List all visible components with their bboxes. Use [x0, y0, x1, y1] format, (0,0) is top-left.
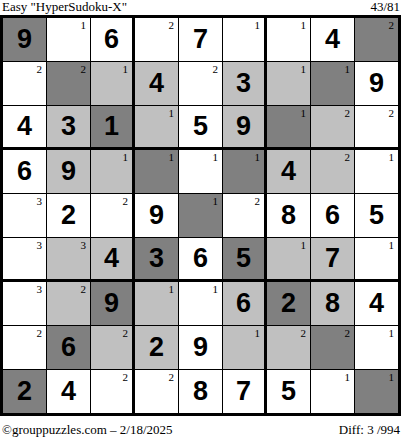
- cell-r9c6[interactable]: 7: [223, 370, 266, 413]
- pencil-mark: 2: [81, 283, 87, 295]
- given-digit: 9: [17, 26, 32, 53]
- cell-r3c1[interactable]: 4: [3, 106, 46, 149]
- cell-r9c3[interactable]: 2: [91, 370, 134, 413]
- given-digit: 9: [149, 202, 164, 229]
- given-digit: 4: [369, 290, 384, 317]
- given-digit: 4: [281, 158, 296, 185]
- cell-r8c8[interactable]: 2: [311, 326, 354, 369]
- cell-r5c5[interactable]: 1: [179, 194, 222, 237]
- given-digit: 8: [193, 378, 208, 405]
- given-digit: 6: [236, 290, 251, 317]
- pencil-mark: 3: [37, 283, 43, 295]
- cell-r9c1[interactable]: 2: [3, 370, 46, 413]
- cell-r4c1[interactable]: 6: [3, 150, 46, 193]
- cell-r2c3[interactable]: 1: [91, 62, 134, 105]
- cell-r6c6[interactable]: 5: [223, 238, 266, 281]
- cell-r3c8[interactable]: 2: [311, 106, 354, 149]
- header: Easy "HyperSudoku-X" 43/81: [0, 0, 402, 15]
- pencil-mark: 2: [301, 327, 307, 339]
- pencil-mark: 2: [169, 19, 175, 31]
- cell-r5c8[interactable]: 6: [311, 194, 354, 237]
- pencil-mark: 1: [123, 151, 129, 163]
- cell-r2c8[interactable]: 1: [311, 62, 354, 105]
- pencil-mark: 1: [255, 327, 261, 339]
- cell-r1c5[interactable]: 7: [179, 18, 222, 61]
- given-digit: 2: [149, 334, 164, 361]
- pencil-mark: 2: [255, 195, 261, 207]
- given-digit: 6: [104, 26, 119, 53]
- pencil-mark: 1: [123, 63, 129, 75]
- given-digit: 9: [369, 70, 384, 97]
- copyright-text: ©grouppuzzles.com – 2/18/2025: [2, 423, 173, 437]
- cell-r7c4[interactable]: 1: [135, 282, 178, 325]
- pencil-mark: 2: [345, 151, 351, 163]
- given-digit: 9: [193, 334, 208, 361]
- given-digit: 4: [61, 378, 76, 405]
- cell-r5c4[interactable]: 9: [135, 194, 178, 237]
- pencil-mark: 1: [389, 239, 395, 251]
- difficulty-text: Diff: 3 /994: [339, 423, 400, 437]
- cell-r9c5[interactable]: 8: [179, 370, 222, 413]
- cell-r3c4[interactable]: 1: [135, 106, 178, 149]
- pencil-mark: 3: [37, 239, 43, 251]
- cell-r4c9[interactable]: 1: [355, 150, 398, 193]
- cell-r2c6[interactable]: 3: [223, 62, 266, 105]
- pencil-mark: 2: [81, 63, 87, 75]
- cell-r6c8[interactable]: 7: [311, 238, 354, 281]
- pencil-mark: 1: [81, 19, 87, 31]
- cell-r8c7[interactable]: 2: [267, 326, 310, 369]
- pencil-mark: 2: [345, 327, 351, 339]
- cell-r2c4[interactable]: 4: [135, 62, 178, 105]
- pencil-mark: 1: [213, 151, 219, 163]
- given-digit: 3: [61, 113, 76, 140]
- pencil-mark: 2: [123, 327, 129, 339]
- pencil-mark: 1: [345, 63, 351, 75]
- given-digit: 5: [236, 245, 251, 272]
- given-digit: 4: [149, 70, 164, 97]
- given-digit: 5: [193, 113, 208, 140]
- pencil-mark: 1: [389, 371, 395, 383]
- cell-r5c2[interactable]: 2: [47, 194, 90, 237]
- cell-r8c5[interactable]: 9: [179, 326, 222, 369]
- pencil-mark: 1: [301, 107, 307, 119]
- cell-r5c9[interactable]: 5: [355, 194, 398, 237]
- cell-r9c8[interactable]: 1: [311, 370, 354, 413]
- pencil-mark: 2: [37, 63, 43, 75]
- pencil-mark: 2: [123, 371, 129, 383]
- pencil-mark: 2: [37, 327, 43, 339]
- given-digit: 3: [236, 70, 251, 97]
- pencil-mark: 2: [169, 371, 175, 383]
- cell-r9c4[interactable]: 2: [135, 370, 178, 413]
- pencil-mark: 1: [169, 151, 175, 163]
- cell-r3c6[interactable]: 9: [223, 106, 266, 149]
- pencil-mark: 3: [81, 239, 87, 251]
- pencil-mark: 1: [169, 283, 175, 295]
- cell-r8c4[interactable]: 2: [135, 326, 178, 369]
- given-digit: 9: [61, 158, 76, 185]
- cell-r5c7[interactable]: 8: [267, 194, 310, 237]
- cell-r7c8[interactable]: 8: [311, 282, 354, 325]
- pencil-mark: 3: [37, 195, 43, 207]
- given-digit: 4: [17, 113, 32, 140]
- given-digit: 5: [281, 378, 296, 405]
- cell-r1c2[interactable]: 1: [47, 18, 90, 61]
- pencil-mark: 1: [213, 283, 219, 295]
- cell-r7c9[interactable]: 4: [355, 282, 398, 325]
- cell-r2c9[interactable]: 9: [355, 62, 398, 105]
- cell-r4c4[interactable]: 1: [135, 150, 178, 193]
- cell-r6c5[interactable]: 6: [179, 238, 222, 281]
- cell-r9c7[interactable]: 5: [267, 370, 310, 413]
- given-digit: 7: [325, 245, 340, 272]
- cell-r7c7[interactable]: 2: [267, 282, 310, 325]
- given-digit: 5: [369, 202, 384, 229]
- pencil-mark: 1: [169, 107, 175, 119]
- pencil-mark: 2: [123, 195, 129, 207]
- cell-r5c1[interactable]: 3: [3, 194, 46, 237]
- cell-r5c6[interactable]: 2: [223, 194, 266, 237]
- pencil-mark: 2: [389, 19, 395, 31]
- pencil-mark: 1: [213, 195, 219, 207]
- pencil-mark: 2: [345, 107, 351, 119]
- cell-r7c1[interactable]: 3: [3, 282, 46, 325]
- cell-r6c1[interactable]: 3: [3, 238, 46, 281]
- sudoku-board: 9162711422214231194311591226911114213229…: [0, 15, 401, 416]
- pencil-mark: 2: [389, 107, 395, 119]
- cell-r8c3[interactable]: 2: [91, 326, 134, 369]
- pencil-mark: 2: [213, 63, 219, 75]
- given-digit: 6: [193, 245, 208, 272]
- given-digit: 2: [17, 378, 32, 405]
- given-digit: 4: [325, 26, 340, 53]
- pencil-mark: 1: [389, 327, 395, 339]
- cell-r7c2[interactable]: 2: [47, 282, 90, 325]
- cell-r1c9[interactable]: 2: [355, 18, 398, 61]
- cell-r2c7[interactable]: 1: [267, 62, 310, 105]
- pencil-mark: 1: [255, 19, 261, 31]
- cell-r1c4[interactable]: 2: [135, 18, 178, 61]
- given-digit: 7: [236, 378, 251, 405]
- given-digit: 8: [281, 202, 296, 229]
- cell-r7c3[interactable]: 9: [91, 282, 134, 325]
- given-digit: 1: [104, 113, 119, 140]
- given-digit: 6: [61, 334, 76, 361]
- cell-r2c1[interactable]: 2: [3, 62, 46, 105]
- cell-r3c2[interactable]: 3: [47, 106, 90, 149]
- given-digit: 3: [149, 245, 164, 272]
- pencil-mark: 1: [301, 19, 307, 31]
- progress-counter: 43/81: [370, 0, 400, 14]
- given-digit: 6: [325, 202, 340, 229]
- cell-r6c4[interactable]: 3: [135, 238, 178, 281]
- cell-r6c7[interactable]: 1: [267, 238, 310, 281]
- given-digit: 4: [104, 245, 119, 272]
- cell-r4c3[interactable]: 1: [91, 150, 134, 193]
- given-digit: 8: [325, 290, 340, 317]
- pencil-mark: 1: [345, 371, 351, 383]
- cell-r2c2[interactable]: 2: [47, 62, 90, 105]
- cell-r2c5[interactable]: 2: [179, 62, 222, 105]
- cell-r3c7[interactable]: 1: [267, 106, 310, 149]
- given-digit: 6: [17, 158, 32, 185]
- given-digit: 2: [61, 202, 76, 229]
- cell-r6c9[interactable]: 1: [355, 238, 398, 281]
- cell-r1c3[interactable]: 6: [91, 18, 134, 61]
- cell-r1c1[interactable]: 9: [3, 18, 46, 61]
- given-digit: 7: [193, 26, 208, 53]
- given-digit: 9: [236, 113, 251, 140]
- cell-r7c6[interactable]: 6: [223, 282, 266, 325]
- pencil-mark: 1: [301, 239, 307, 251]
- cell-r8c6[interactable]: 1: [223, 326, 266, 369]
- cell-r6c3[interactable]: 4: [91, 238, 134, 281]
- cell-r9c9[interactable]: 1: [355, 370, 398, 413]
- cell-r4c7[interactable]: 4: [267, 150, 310, 193]
- footer: ©grouppuzzles.com – 2/18/2025 Diff: 3 /9…: [0, 416, 402, 437]
- cell-r3c5[interactable]: 5: [179, 106, 222, 149]
- cell-r1c6[interactable]: 1: [223, 18, 266, 61]
- cell-r6c2[interactable]: 3: [47, 238, 90, 281]
- cell-r1c8[interactable]: 4: [311, 18, 354, 61]
- cell-r8c1[interactable]: 2: [3, 326, 46, 369]
- cell-r4c8[interactable]: 2: [311, 150, 354, 193]
- pencil-mark: 1: [301, 63, 307, 75]
- cell-r4c6[interactable]: 1: [223, 150, 266, 193]
- cell-r9c2[interactable]: 4: [47, 370, 90, 413]
- pencil-mark: 1: [255, 151, 261, 163]
- cell-r8c9[interactable]: 1: [355, 326, 398, 369]
- cell-r1c7[interactable]: 1: [267, 18, 310, 61]
- cell-r7c5[interactable]: 1: [179, 282, 222, 325]
- given-digit: 2: [281, 290, 296, 317]
- cell-r4c5[interactable]: 1: [179, 150, 222, 193]
- cell-r4c2[interactable]: 9: [47, 150, 90, 193]
- cell-r8c2[interactable]: 6: [47, 326, 90, 369]
- puzzle-page: Easy "HyperSudoku-X" 43/81 9162711422214…: [0, 0, 402, 437]
- cell-r5c3[interactable]: 2: [91, 194, 134, 237]
- cell-r3c3[interactable]: 1: [91, 106, 134, 149]
- pencil-mark: 1: [389, 151, 395, 163]
- puzzle-title: Easy "HyperSudoku-X": [2, 0, 127, 14]
- cell-r3c9[interactable]: 2: [355, 106, 398, 149]
- given-digit: 9: [104, 290, 119, 317]
